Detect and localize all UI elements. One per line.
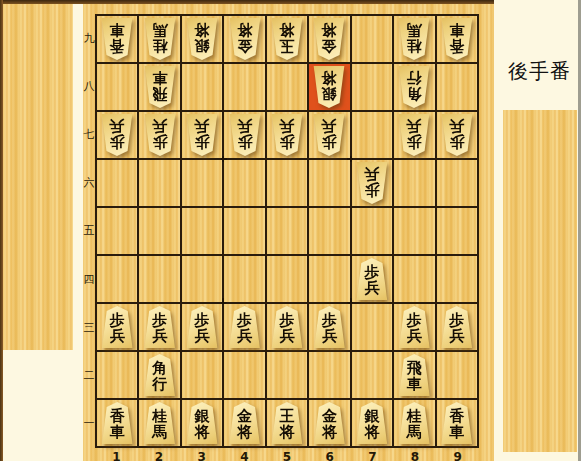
piece-香車[interactable]: 香車 [440,18,474,60]
rank-label-七: 七 [83,110,95,158]
square-4五[interactable] [224,208,264,254]
square-3八[interactable] [182,64,222,110]
piece-飛車[interactable]: 飛車 [397,354,431,396]
square-1四[interactable] [97,256,137,302]
square-1三[interactable]: 歩兵 [97,304,137,350]
square-6六[interactable] [309,160,349,206]
piece-金将[interactable]: 金将 [312,402,346,444]
piece-歩兵[interactable]: 歩兵 [185,306,219,348]
square-6七[interactable]: 歩兵 [309,112,349,158]
piece-銀将[interactable]: 銀将 [185,18,219,60]
square-4九[interactable]: 金将 [224,16,264,62]
piece-歩兵[interactable]: 歩兵 [355,258,389,300]
square-1一[interactable]: 香車 [97,400,137,446]
square-5六[interactable] [267,160,307,206]
square-2五[interactable] [139,208,179,254]
piece-歩兵[interactable]: 歩兵 [270,114,304,156]
square-4四[interactable] [224,256,264,302]
piece-歩兵[interactable]: 歩兵 [143,306,177,348]
square-5四[interactable] [267,256,307,302]
square-2八[interactable]: 飛車 [139,64,179,110]
piece-飛車[interactable]: 飛車 [143,66,177,108]
piece-桂馬[interactable]: 桂馬 [143,18,177,60]
piece-角行[interactable]: 角行 [397,66,431,108]
square-9四[interactable] [437,256,477,302]
side-panel: 後手番 [494,0,581,461]
square-2六[interactable] [139,160,179,206]
square-6五[interactable] [309,208,349,254]
square-5二[interactable] [267,352,307,398]
rank-label-一: 一 [83,400,95,448]
square-3九[interactable]: 銀将 [182,16,222,62]
piece-歩兵[interactable]: 歩兵 [312,114,346,156]
shogi-app: 九八七六五四三二一 香車桂馬銀将金将玉将金将桂馬香車飛車銀将角行歩兵歩兵歩兵歩兵… [0,0,581,461]
piece-歩兵[interactable]: 歩兵 [355,162,389,204]
square-1七[interactable]: 歩兵 [97,112,137,158]
piece-歩兵[interactable]: 歩兵 [228,306,262,348]
square-8五[interactable] [394,208,434,254]
piece-歩兵[interactable]: 歩兵 [100,114,134,156]
file-label-6: 6 [308,450,351,461]
square-7五[interactable] [352,208,392,254]
square-3六[interactable] [182,160,222,206]
square-2二[interactable]: 角行 [139,352,179,398]
square-3七[interactable]: 歩兵 [182,112,222,158]
square-2七[interactable]: 歩兵 [139,112,179,158]
square-3二[interactable] [182,352,222,398]
piece-歩兵[interactable]: 歩兵 [397,306,431,348]
square-1九[interactable]: 香車 [97,16,137,62]
piece-金将[interactable]: 金将 [228,402,262,444]
left-piece-stand [3,4,73,350]
piece-歩兵[interactable]: 歩兵 [312,306,346,348]
square-4七[interactable]: 歩兵 [224,112,264,158]
file-label-4: 4 [223,450,266,461]
square-9六[interactable] [437,160,477,206]
square-1八[interactable] [97,64,137,110]
piece-桂馬[interactable]: 桂馬 [143,402,177,444]
square-7一[interactable]: 銀将 [352,400,392,446]
square-3四[interactable] [182,256,222,302]
square-3一[interactable]: 銀将 [182,400,222,446]
file-label-9: 9 [436,450,479,461]
square-8二[interactable]: 飛車 [394,352,434,398]
piece-桂馬[interactable]: 桂馬 [397,18,431,60]
square-9五[interactable] [437,208,477,254]
square-9一[interactable]: 香車 [437,400,477,446]
square-6二[interactable] [309,352,349,398]
square-3五[interactable] [182,208,222,254]
rank-labels: 九八七六五四三二一 [83,14,95,448]
shogi-board: 香車桂馬銀将金将玉将金将桂馬香車飛車銀将角行歩兵歩兵歩兵歩兵歩兵歩兵歩兵歩兵歩兵… [95,14,479,448]
piece-角行[interactable]: 角行 [143,354,177,396]
square-8一[interactable]: 桂馬 [394,400,434,446]
square-1五[interactable] [97,208,137,254]
square-4二[interactable] [224,352,264,398]
piece-歩兵[interactable]: 歩兵 [440,114,474,156]
piece-香車[interactable]: 香車 [440,402,474,444]
square-5八[interactable] [267,64,307,110]
rank-label-二: 二 [83,352,95,400]
square-8七[interactable]: 歩兵 [394,112,434,158]
square-7七[interactable] [352,112,392,158]
square-7四[interactable]: 歩兵 [352,256,392,302]
square-7二[interactable] [352,352,392,398]
square-8八[interactable]: 角行 [394,64,434,110]
piece-歩兵[interactable]: 歩兵 [143,114,177,156]
square-6九[interactable]: 金将 [309,16,349,62]
file-labels: 123456789 [95,450,479,461]
square-7六[interactable]: 歩兵 [352,160,392,206]
square-6八[interactable]: 銀将 [309,64,349,110]
square-4一[interactable]: 金将 [224,400,264,446]
square-7八[interactable] [352,64,392,110]
piece-玉将[interactable]: 玉将 [270,18,304,60]
file-label-3: 3 [180,450,223,461]
square-8九[interactable]: 桂馬 [394,16,434,62]
turn-indicator: 後手番 [508,58,568,85]
rank-label-六: 六 [83,159,95,207]
square-5七[interactable]: 歩兵 [267,112,307,158]
piece-銀将[interactable]: 銀将 [185,402,219,444]
piece-歩兵[interactable]: 歩兵 [100,306,134,348]
file-label-2: 2 [138,450,181,461]
piece-歩兵[interactable]: 歩兵 [228,114,262,156]
piece-銀将[interactable]: 銀将 [312,66,346,108]
rank-label-八: 八 [83,62,95,110]
square-2九[interactable]: 桂馬 [139,16,179,62]
rank-label-九: 九 [83,14,95,62]
rank-label-四: 四 [83,255,95,303]
file-label-8: 8 [394,450,437,461]
piece-歩兵[interactable]: 歩兵 [185,114,219,156]
square-9三[interactable]: 歩兵 [437,304,477,350]
square-1二[interactable] [97,352,137,398]
square-4六[interactable] [224,160,264,206]
square-6三[interactable]: 歩兵 [309,304,349,350]
square-7三[interactable] [352,304,392,350]
square-5九[interactable]: 玉将 [267,16,307,62]
rank-label-三: 三 [83,303,95,351]
square-2一[interactable]: 桂馬 [139,400,179,446]
piece-歩兵[interactable]: 歩兵 [270,306,304,348]
square-4八[interactable] [224,64,264,110]
square-7九[interactable] [352,16,392,62]
square-3三[interactable]: 歩兵 [182,304,222,350]
top-border [0,0,494,4]
square-5五[interactable] [267,208,307,254]
piece-香車[interactable]: 香車 [100,402,134,444]
square-5三[interactable]: 歩兵 [267,304,307,350]
right-piece-stand [503,110,577,452]
board-panel: 九八七六五四三二一 香車桂馬銀将金将玉将金将桂馬香車飛車銀将角行歩兵歩兵歩兵歩兵… [83,4,494,461]
piece-歩兵[interactable]: 歩兵 [440,306,474,348]
square-2三[interactable]: 歩兵 [139,304,179,350]
piece-銀将[interactable]: 銀将 [355,402,389,444]
square-9二[interactable] [437,352,477,398]
square-8三[interactable]: 歩兵 [394,304,434,350]
square-6一[interactable]: 金将 [309,400,349,446]
file-label-1: 1 [95,450,138,461]
piece-歩兵[interactable]: 歩兵 [397,114,431,156]
piece-香車[interactable]: 香車 [100,18,134,60]
square-8四[interactable] [394,256,434,302]
square-9七[interactable]: 歩兵 [437,112,477,158]
piece-金将[interactable]: 金将 [312,18,346,60]
file-label-5: 5 [266,450,309,461]
square-1六[interactable] [97,160,137,206]
square-9九[interactable]: 香車 [437,16,477,62]
square-8六[interactable] [394,160,434,206]
piece-王将[interactable]: 王将 [270,402,304,444]
file-label-7: 7 [351,450,394,461]
square-5一[interactable]: 王将 [267,400,307,446]
square-4三[interactable]: 歩兵 [224,304,264,350]
square-6四[interactable] [309,256,349,302]
square-9八[interactable] [437,64,477,110]
rank-label-五: 五 [83,207,95,255]
piece-桂馬[interactable]: 桂馬 [397,402,431,444]
left-border [0,0,3,461]
piece-金将[interactable]: 金将 [228,18,262,60]
square-2四[interactable] [139,256,179,302]
